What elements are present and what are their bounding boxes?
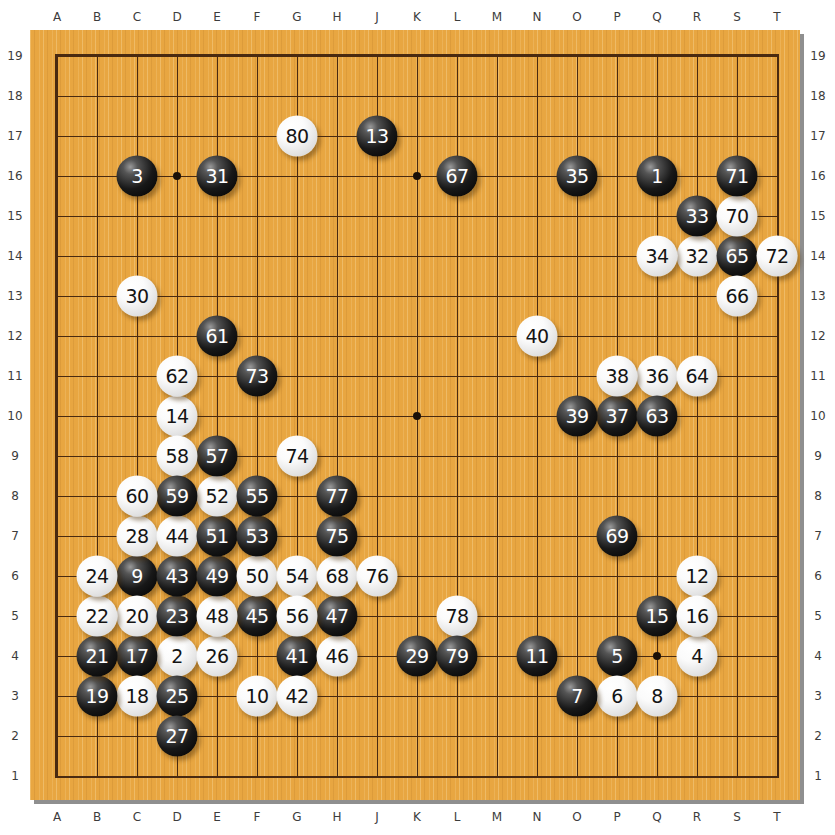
stone-white-L5: 78 [437,596,478,637]
coord-label-col-N: N [533,810,542,824]
move-number: 41 [285,647,308,666]
move-number: 12 [685,567,708,586]
move-number: 38 [605,367,628,386]
move-number: 9 [131,567,143,586]
coord-label-row-14: 14 [7,249,22,263]
move-number: 63 [645,407,668,426]
move-number: 47 [325,607,348,626]
coord-label-col-K: K [413,810,421,824]
stone-white-D7: 44 [157,516,198,557]
stone-white-B5: 22 [77,596,118,637]
move-number: 73 [245,367,268,386]
move-number: 24 [85,567,108,586]
stone-black-D3: 25 [157,676,198,717]
coord-label-row-15: 15 [810,209,825,223]
move-number: 66 [725,287,748,306]
coord-label-row-10: 10 [810,409,825,423]
coord-label-col-F: F [254,10,261,24]
move-number: 54 [285,567,308,586]
stone-white-C13: 30 [117,276,158,317]
stone-white-D9: 58 [157,436,198,477]
stone-black-D2: 27 [157,716,198,757]
coord-label-col-K: K [413,10,421,24]
move-number: 77 [325,487,348,506]
stone-white-R11: 64 [677,356,718,397]
stone-white-J6: 76 [357,556,398,597]
stone-white-C7: 28 [117,516,158,557]
move-number: 52 [205,487,228,506]
move-number: 51 [205,527,228,546]
coord-label-row-18: 18 [810,89,825,103]
move-number: 55 [245,487,268,506]
move-number: 67 [445,167,468,186]
coord-label-row-8: 8 [814,489,822,503]
coord-label-row-10: 10 [7,409,22,423]
stone-white-E4: 26 [197,636,238,677]
stone-black-B3: 19 [77,676,118,717]
coord-label-col-J: J [375,10,379,24]
move-number: 33 [685,207,708,226]
coord-label-row-5: 5 [814,609,822,623]
stone-white-N12: 40 [517,316,558,357]
stone-white-G17: 80 [277,116,318,157]
coord-label-col-N: N [533,10,542,24]
stone-black-S14: 65 [717,236,758,277]
coord-label-row-13: 13 [810,289,825,303]
move-number: 76 [365,567,388,586]
coord-label-col-J: J [375,810,379,824]
stone-black-E16: 31 [197,156,238,197]
stone-black-P7: 69 [597,516,638,557]
move-number: 80 [285,127,308,146]
stone-white-P11: 38 [597,356,638,397]
coord-label-row-11: 11 [7,369,22,383]
coord-label-row-2: 2 [11,729,19,743]
stone-white-D4: 2 [157,636,198,677]
stone-black-F7: 53 [237,516,278,557]
move-number: 69 [605,527,628,546]
coord-label-col-M: M [492,810,502,824]
stone-black-S16: 71 [717,156,758,197]
stone-white-Q3: 8 [637,676,678,717]
coord-label-row-14: 14 [810,249,825,263]
stone-white-T14: 72 [757,236,798,277]
stone-black-H7: 75 [317,516,358,557]
coord-label-row-3: 3 [814,689,822,703]
stone-black-P4: 5 [597,636,638,677]
move-number: 4 [691,647,703,666]
coord-label-row-9: 9 [11,449,19,463]
stone-black-P10: 37 [597,396,638,437]
stone-white-R4: 4 [677,636,718,677]
stone-white-R14: 32 [677,236,718,277]
move-number: 21 [85,647,108,666]
stone-white-C8: 60 [117,476,158,517]
coord-label-col-G: G [292,810,301,824]
move-number: 71 [725,167,748,186]
move-number: 34 [645,247,668,266]
move-number: 7 [571,687,583,706]
stone-black-R15: 33 [677,196,718,237]
coord-label-row-17: 17 [7,129,22,143]
move-number: 75 [325,527,348,546]
move-number: 5 [611,647,623,666]
stone-white-C5: 20 [117,596,158,637]
stone-black-H8: 77 [317,476,358,517]
coord-label-col-C: C [133,810,141,824]
stone-white-G3: 42 [277,676,318,717]
stone-white-Q14: 34 [637,236,678,277]
move-number: 8 [651,687,663,706]
move-number: 45 [245,607,268,626]
stone-black-B4: 21 [77,636,118,677]
move-number: 16 [685,607,708,626]
stone-white-S15: 70 [717,196,758,237]
coord-label-row-17: 17 [810,129,825,143]
coord-label-col-F: F [254,810,261,824]
stone-white-S13: 66 [717,276,758,317]
stone-white-H4: 46 [317,636,358,677]
stone-black-D8: 59 [157,476,198,517]
coord-label-col-O: O [572,810,581,824]
move-number: 42 [285,687,308,706]
stone-white-B6: 24 [77,556,118,597]
coord-label-row-18: 18 [7,89,22,103]
move-number: 15 [645,607,668,626]
stone-black-E7: 51 [197,516,238,557]
stone-white-E5: 48 [197,596,238,637]
move-number: 62 [165,367,188,386]
stone-white-D10: 14 [157,396,198,437]
stone-black-Q16: 1 [637,156,678,197]
move-number: 37 [605,407,628,426]
stone-black-E6: 49 [197,556,238,597]
coord-label-row-6: 6 [11,569,19,583]
stone-black-H5: 47 [317,596,358,637]
move-number: 65 [725,247,748,266]
coord-label-row-12: 12 [810,329,825,343]
stone-white-D11: 62 [157,356,198,397]
move-number: 14 [165,407,188,426]
coord-label-row-16: 16 [810,169,825,183]
move-number: 22 [85,607,108,626]
coord-label-col-H: H [332,10,341,24]
move-number: 28 [125,527,148,546]
stone-black-C6: 9 [117,556,158,597]
stone-black-Q10: 63 [637,396,678,437]
stone-white-Q11: 36 [637,356,678,397]
coord-label-col-Q: Q [652,810,661,824]
coord-label-col-Q: Q [652,10,661,24]
move-number: 48 [205,607,228,626]
move-number: 26 [205,647,228,666]
move-number: 60 [125,487,148,506]
coord-label-row-2: 2 [814,729,822,743]
stone-white-F3: 10 [237,676,278,717]
coord-label-col-A: A [53,10,61,24]
coord-label-col-P: P [613,810,620,824]
move-number: 3 [131,167,143,186]
move-number: 46 [325,647,348,666]
stone-black-L4: 79 [437,636,478,677]
move-number: 79 [445,647,468,666]
coord-label-col-M: M [492,10,502,24]
move-number: 29 [405,647,428,666]
move-number: 25 [165,687,188,706]
move-number: 61 [205,327,228,346]
move-number: 39 [565,407,588,426]
stone-white-G5: 56 [277,596,318,637]
coord-label-row-4: 4 [814,649,822,663]
stone-black-E12: 61 [197,316,238,357]
coord-label-row-4: 4 [11,649,19,663]
stone-black-O10: 39 [557,396,598,437]
coord-label-col-R: R [693,10,701,24]
move-number: 18 [125,687,148,706]
coord-label-col-E: E [213,810,221,824]
star-point-K10 [413,412,421,420]
coord-label-row-1: 1 [814,769,822,783]
star-point-K16 [413,172,421,180]
coord-label-row-13: 13 [7,289,22,303]
stone-white-C3: 18 [117,676,158,717]
coord-label-col-S: S [733,10,741,24]
move-number: 13 [365,127,388,146]
move-number: 20 [125,607,148,626]
coord-label-col-R: R [693,810,701,824]
move-number: 23 [165,607,188,626]
move-number: 40 [525,327,548,346]
coord-label-row-9: 9 [814,449,822,463]
coord-label-row-16: 16 [7,169,22,183]
stone-white-R5: 16 [677,596,718,637]
coord-label-col-D: D [172,10,181,24]
move-number: 53 [245,527,268,546]
star-point-D16 [173,172,181,180]
move-number: 32 [685,247,708,266]
move-number: 57 [205,447,228,466]
move-number: 2 [171,647,183,666]
stone-black-D6: 43 [157,556,198,597]
move-number: 17 [125,647,148,666]
coord-label-col-L: L [454,10,461,24]
go-diagram-page: 1234567891011121314151617181920212223242… [0,0,835,835]
coord-label-row-6: 6 [814,569,822,583]
stone-black-F8: 55 [237,476,278,517]
coord-label-col-C: C [133,10,141,24]
stone-black-E9: 57 [197,436,238,477]
move-number: 10 [245,687,268,706]
coord-label-row-12: 12 [7,329,22,343]
coord-label-col-P: P [613,10,620,24]
stone-black-Q5: 15 [637,596,678,637]
move-number: 19 [85,687,108,706]
stone-white-F6: 50 [237,556,278,597]
stone-white-G6: 54 [277,556,318,597]
move-number: 1 [651,167,663,186]
move-number: 49 [205,567,228,586]
move-number: 72 [765,247,788,266]
move-number: 27 [165,727,188,746]
move-number: 78 [445,607,468,626]
stone-black-G4: 41 [277,636,318,677]
stone-white-G9: 74 [277,436,318,477]
stone-black-F11: 73 [237,356,278,397]
stone-white-R6: 12 [677,556,718,597]
move-number: 68 [325,567,348,586]
stone-black-F5: 45 [237,596,278,637]
coord-label-row-19: 19 [810,49,825,63]
move-number: 43 [165,567,188,586]
move-number: 44 [165,527,188,546]
move-number: 70 [725,207,748,226]
coord-label-col-A: A [53,810,61,824]
move-number: 58 [165,447,188,466]
stone-black-O16: 35 [557,156,598,197]
move-number: 35 [565,167,588,186]
move-number: 36 [645,367,668,386]
coord-label-col-T: T [773,10,780,24]
stone-black-C16: 3 [117,156,158,197]
stone-black-D5: 23 [157,596,198,637]
move-number: 6 [611,687,623,706]
move-number: 56 [285,607,308,626]
move-number: 59 [165,487,188,506]
coord-label-col-G: G [292,10,301,24]
coord-label-row-5: 5 [11,609,19,623]
go-board: 1234567891011121314151617181920212223242… [30,30,800,800]
coord-label-col-L: L [454,810,461,824]
stone-white-P3: 6 [597,676,638,717]
coord-label-col-H: H [332,810,341,824]
coord-label-col-O: O [572,10,581,24]
coord-label-row-19: 19 [7,49,22,63]
stone-black-O3: 7 [557,676,598,717]
coord-label-row-3: 3 [11,689,19,703]
coord-label-row-8: 8 [11,489,19,503]
coord-label-col-E: E [213,10,221,24]
coord-label-col-S: S [733,810,741,824]
stone-black-J17: 13 [357,116,398,157]
move-number: 74 [285,447,308,466]
move-number: 30 [125,287,148,306]
move-number: 50 [245,567,268,586]
stone-white-H6: 68 [317,556,358,597]
stone-white-E8: 52 [197,476,238,517]
stone-black-K4: 29 [397,636,438,677]
stone-black-N4: 11 [517,636,558,677]
move-number: 11 [525,647,548,666]
coord-label-col-B: B [93,10,101,24]
stone-black-L16: 67 [437,156,478,197]
move-number: 64 [685,367,708,386]
coord-label-col-T: T [773,810,780,824]
coord-label-col-D: D [172,810,181,824]
coord-label-col-B: B [93,810,101,824]
star-point-Q4 [653,652,661,660]
move-number: 31 [205,167,228,186]
coord-label-row-15: 15 [7,209,22,223]
stone-black-C4: 17 [117,636,158,677]
coord-label-row-1: 1 [11,769,19,783]
coord-label-row-7: 7 [11,529,19,543]
coord-label-row-7: 7 [814,529,822,543]
coord-label-row-11: 11 [810,369,825,383]
